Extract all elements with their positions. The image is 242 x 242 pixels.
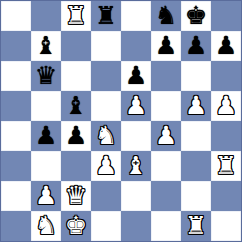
square-a4[interactable] [1, 121, 31, 151]
square-d5[interactable] [91, 91, 121, 121]
square-e7[interactable] [121, 31, 151, 61]
black-knight[interactable]: ♞ [155, 1, 177, 31]
black-queen[interactable]: ♛ [35, 61, 57, 91]
square-d7[interactable] [91, 31, 121, 61]
square-a7[interactable] [1, 31, 31, 61]
square-e6[interactable]: ♟ [121, 61, 151, 91]
white-pawn[interactable]: ♟ [35, 181, 57, 211]
black-bishop[interactable]: ♝ [35, 31, 57, 61]
square-h4[interactable] [211, 121, 241, 151]
white-rook[interactable]: ♜ [215, 151, 237, 181]
square-a2[interactable] [1, 181, 31, 211]
square-c1[interactable]: ♚ [61, 211, 91, 241]
square-c3[interactable] [61, 151, 91, 181]
square-g5[interactable]: ♟ [181, 91, 211, 121]
square-b3[interactable] [31, 151, 61, 181]
chess-board: ♜♜♞♚♝♟♟♟♛♟♝♟♟♟♟♟♞♟♟♝♜♟♛♞♚♜ [0, 0, 242, 242]
square-b8[interactable] [31, 1, 61, 31]
square-f2[interactable] [151, 181, 181, 211]
square-e1[interactable] [121, 211, 151, 241]
square-b7[interactable]: ♝ [31, 31, 61, 61]
square-a3[interactable] [1, 151, 31, 181]
square-g2[interactable] [181, 181, 211, 211]
white-rook[interactable]: ♜ [65, 1, 87, 31]
white-pawn[interactable]: ♟ [95, 151, 117, 181]
square-d6[interactable] [91, 61, 121, 91]
black-king[interactable]: ♚ [185, 1, 207, 31]
square-h6[interactable] [211, 61, 241, 91]
square-c2[interactable]: ♛ [61, 181, 91, 211]
black-pawn[interactable]: ♟ [215, 31, 237, 61]
square-g8[interactable]: ♚ [181, 1, 211, 31]
black-rook[interactable]: ♜ [95, 1, 117, 31]
square-b2[interactable]: ♟ [31, 181, 61, 211]
square-d3[interactable]: ♟ [91, 151, 121, 181]
black-pawn[interactable]: ♟ [65, 121, 87, 151]
square-e3[interactable]: ♝ [121, 151, 151, 181]
square-b5[interactable] [31, 91, 61, 121]
square-h8[interactable] [211, 1, 241, 31]
square-d2[interactable] [91, 181, 121, 211]
square-a1[interactable] [1, 211, 31, 241]
square-e5[interactable]: ♟ [121, 91, 151, 121]
square-b4[interactable]: ♟ [31, 121, 61, 151]
square-g6[interactable] [181, 61, 211, 91]
square-h2[interactable] [211, 181, 241, 211]
white-king[interactable]: ♚ [65, 211, 87, 241]
square-b6[interactable]: ♛ [31, 61, 61, 91]
square-e8[interactable] [121, 1, 151, 31]
square-f7[interactable]: ♟ [151, 31, 181, 61]
square-h3[interactable]: ♜ [211, 151, 241, 181]
square-f3[interactable] [151, 151, 181, 181]
white-queen[interactable]: ♛ [65, 181, 87, 211]
white-pawn[interactable]: ♟ [125, 91, 147, 121]
square-h1[interactable] [211, 211, 241, 241]
square-c8[interactable]: ♜ [61, 1, 91, 31]
square-c6[interactable] [61, 61, 91, 91]
white-bishop[interactable]: ♝ [125, 151, 147, 181]
square-g7[interactable]: ♟ [181, 31, 211, 61]
black-pawn[interactable]: ♟ [35, 121, 57, 151]
square-g3[interactable] [181, 151, 211, 181]
square-d8[interactable]: ♜ [91, 1, 121, 31]
square-a5[interactable] [1, 91, 31, 121]
square-c4[interactable]: ♟ [61, 121, 91, 151]
square-h7[interactable]: ♟ [211, 31, 241, 61]
square-h5[interactable]: ♟ [211, 91, 241, 121]
square-f1[interactable] [151, 211, 181, 241]
square-c5[interactable]: ♝ [61, 91, 91, 121]
square-e2[interactable] [121, 181, 151, 211]
square-g1[interactable]: ♜ [181, 211, 211, 241]
square-f8[interactable]: ♞ [151, 1, 181, 31]
square-f4[interactable]: ♟ [151, 121, 181, 151]
black-pawn[interactable]: ♟ [125, 61, 147, 91]
square-b1[interactable]: ♞ [31, 211, 61, 241]
square-a8[interactable] [1, 1, 31, 31]
square-e4[interactable] [121, 121, 151, 151]
white-pawn[interactable]: ♟ [215, 91, 237, 121]
black-pawn[interactable]: ♟ [155, 31, 177, 61]
black-pawn[interactable]: ♟ [185, 31, 207, 61]
square-f6[interactable] [151, 61, 181, 91]
square-f5[interactable] [151, 91, 181, 121]
white-pawn[interactable]: ♟ [185, 91, 207, 121]
white-rook[interactable]: ♜ [185, 211, 207, 241]
square-a6[interactable] [1, 61, 31, 91]
square-g4[interactable] [181, 121, 211, 151]
white-knight[interactable]: ♞ [35, 211, 57, 241]
white-knight[interactable]: ♞ [95, 121, 117, 151]
square-d1[interactable] [91, 211, 121, 241]
square-c7[interactable] [61, 31, 91, 61]
black-bishop[interactable]: ♝ [65, 91, 87, 121]
square-d4[interactable]: ♞ [91, 121, 121, 151]
white-pawn[interactable]: ♟ [155, 121, 177, 151]
